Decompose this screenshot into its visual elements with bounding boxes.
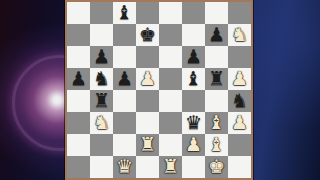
- square-b7[interactable]: [90, 24, 113, 46]
- square-h1[interactable]: [228, 156, 251, 178]
- square-b5[interactable]: ♞: [90, 68, 113, 90]
- square-g5[interactable]: ♜: [205, 68, 228, 90]
- white-bishop-piece: ♝: [208, 113, 225, 132]
- white-rook-piece: ♜: [139, 135, 156, 154]
- square-h6[interactable]: [228, 46, 251, 68]
- black-knight-piece: ♞: [231, 91, 248, 110]
- square-f4[interactable]: [182, 90, 205, 112]
- square-f6[interactable]: ♟: [182, 46, 205, 68]
- white-queen-piece: ♛: [116, 157, 133, 176]
- chess-board: ♝♚♟♞♟♟♟♞♟♟♝♜♟♜♞♞♛♝♟♜♟♝♛♜♚: [67, 2, 251, 178]
- square-e6[interactable]: [159, 46, 182, 68]
- white-knight-piece: ♞: [93, 113, 110, 132]
- square-b8[interactable]: [90, 2, 113, 24]
- square-g3[interactable]: ♝: [205, 112, 228, 134]
- square-e7[interactable]: [159, 24, 182, 46]
- square-e1[interactable]: ♜: [159, 156, 182, 178]
- square-g6[interactable]: [205, 46, 228, 68]
- black-queen-piece: ♛: [185, 113, 202, 132]
- square-b2[interactable]: [90, 134, 113, 156]
- square-d5[interactable]: ♟: [136, 68, 159, 90]
- white-pawn-piece: ♟: [231, 113, 248, 132]
- square-d3[interactable]: [136, 112, 159, 134]
- white-pawn-piece: ♟: [139, 69, 156, 88]
- white-rook-piece: ♜: [162, 157, 179, 176]
- square-f8[interactable]: [182, 2, 205, 24]
- square-d4[interactable]: [136, 90, 159, 112]
- square-e4[interactable]: [159, 90, 182, 112]
- black-knight-piece: ♞: [93, 69, 110, 88]
- white-king-piece: ♚: [208, 157, 225, 176]
- square-h8[interactable]: [228, 2, 251, 24]
- square-a3[interactable]: [67, 112, 90, 134]
- square-b3[interactable]: ♞: [90, 112, 113, 134]
- square-h3[interactable]: ♟: [228, 112, 251, 134]
- square-f3[interactable]: ♛: [182, 112, 205, 134]
- square-a2[interactable]: [67, 134, 90, 156]
- square-f5[interactable]: ♝: [182, 68, 205, 90]
- white-pawn-piece: ♟: [231, 69, 248, 88]
- square-b6[interactable]: ♟: [90, 46, 113, 68]
- square-f1[interactable]: [182, 156, 205, 178]
- square-d7[interactable]: ♚: [136, 24, 159, 46]
- square-a7[interactable]: [67, 24, 90, 46]
- square-c2[interactable]: [113, 134, 136, 156]
- square-h5[interactable]: ♟: [228, 68, 251, 90]
- square-c8[interactable]: ♝: [113, 2, 136, 24]
- square-a6[interactable]: [67, 46, 90, 68]
- square-d1[interactable]: [136, 156, 159, 178]
- square-e8[interactable]: [159, 2, 182, 24]
- square-f2[interactable]: ♟: [182, 134, 205, 156]
- square-d6[interactable]: [136, 46, 159, 68]
- square-c6[interactable]: [113, 46, 136, 68]
- square-h2[interactable]: [228, 134, 251, 156]
- black-pawn-piece: ♟: [208, 25, 225, 44]
- white-bishop-piece: ♝: [208, 135, 225, 154]
- square-a5[interactable]: ♟: [67, 68, 90, 90]
- black-rook-piece: ♜: [208, 69, 225, 88]
- square-a1[interactable]: [67, 156, 90, 178]
- square-c7[interactable]: [113, 24, 136, 46]
- square-g8[interactable]: [205, 2, 228, 24]
- square-e3[interactable]: [159, 112, 182, 134]
- black-pawn-piece: ♟: [93, 47, 110, 66]
- square-g2[interactable]: ♝: [205, 134, 228, 156]
- square-a4[interactable]: [67, 90, 90, 112]
- square-c5[interactable]: ♟: [113, 68, 136, 90]
- black-bishop-piece: ♝: [185, 69, 202, 88]
- black-rook-piece: ♜: [93, 91, 110, 110]
- square-d8[interactable]: [136, 2, 159, 24]
- black-pawn-piece: ♟: [70, 69, 87, 88]
- black-pawn-piece: ♟: [185, 47, 202, 66]
- square-a8[interactable]: [67, 2, 90, 24]
- square-c4[interactable]: [113, 90, 136, 112]
- square-c3[interactable]: [113, 112, 136, 134]
- black-pawn-piece: ♟: [116, 69, 133, 88]
- black-bishop-piece: ♝: [116, 3, 133, 22]
- square-h4[interactable]: ♞: [228, 90, 251, 112]
- square-e5[interactable]: [159, 68, 182, 90]
- square-g7[interactable]: ♟: [205, 24, 228, 46]
- square-b4[interactable]: ♜: [90, 90, 113, 112]
- app-window: ♝♚♟♞♟♟♟♞♟♟♝♜♟♜♞♞♛♝♟♜♟♝♛♜♚: [0, 0, 320, 180]
- square-d2[interactable]: ♜: [136, 134, 159, 156]
- square-g1[interactable]: ♚: [205, 156, 228, 178]
- square-c1[interactable]: ♛: [113, 156, 136, 178]
- white-pawn-piece: ♟: [185, 135, 202, 154]
- square-f7[interactable]: [182, 24, 205, 46]
- white-knight-piece: ♞: [231, 25, 248, 44]
- square-b1[interactable]: [90, 156, 113, 178]
- square-h7[interactable]: ♞: [228, 24, 251, 46]
- square-e2[interactable]: [159, 134, 182, 156]
- chess-board-frame: ♝♚♟♞♟♟♟♞♟♟♝♜♟♜♞♞♛♝♟♜♟♝♛♜♚: [65, 0, 253, 180]
- black-king-piece: ♚: [139, 25, 156, 44]
- square-g4[interactable]: [205, 90, 228, 112]
